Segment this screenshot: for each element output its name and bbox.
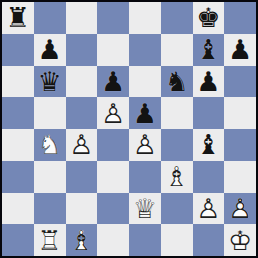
- black-rook-icon: ♜: [2, 2, 34, 34]
- white-pawn-outline-icon: ♙: [129, 129, 161, 161]
- black-queen-icon: ♛: [34, 66, 66, 98]
- square-h8[interactable]: [224, 2, 256, 34]
- square-e6[interactable]: [129, 66, 161, 98]
- black-bishop-icon: ♝: [193, 34, 225, 66]
- square-h6[interactable]: [224, 66, 256, 98]
- white-pawn[interactable]: ♟♙: [97, 97, 129, 129]
- square-a8[interactable]: ♜: [2, 2, 34, 34]
- square-b5[interactable]: [34, 97, 66, 129]
- square-g7[interactable]: ♝: [193, 34, 225, 66]
- white-pawn-outline-icon: ♙: [66, 129, 98, 161]
- square-h1[interactable]: ♚♔: [224, 224, 256, 256]
- square-h2[interactable]: ♟♙: [224, 193, 256, 225]
- square-e4[interactable]: ♟♙: [129, 129, 161, 161]
- black-pawn-icon: ♟: [224, 34, 256, 66]
- square-a7[interactable]: [2, 34, 34, 66]
- square-g2[interactable]: ♟♙: [193, 193, 225, 225]
- square-d2[interactable]: [97, 193, 129, 225]
- white-queen-outline-icon: ♕: [129, 193, 161, 225]
- black-pawn[interactable]: ♟: [97, 66, 129, 98]
- square-e3[interactable]: [129, 161, 161, 193]
- square-g3[interactable]: [193, 161, 225, 193]
- square-c1[interactable]: ♝♗: [66, 224, 98, 256]
- square-d3[interactable]: [97, 161, 129, 193]
- square-b6[interactable]: ♛: [34, 66, 66, 98]
- white-pawn[interactable]: ♟♙: [193, 193, 225, 225]
- square-f3[interactable]: ♝♗: [161, 161, 193, 193]
- white-knight-outline-icon: ♘: [34, 129, 66, 161]
- square-h4[interactable]: [224, 129, 256, 161]
- square-b7[interactable]: ♟: [34, 34, 66, 66]
- square-f6[interactable]: ♞: [161, 66, 193, 98]
- black-bishop[interactable]: ♝: [193, 129, 225, 161]
- square-b4[interactable]: ♞♘: [34, 129, 66, 161]
- chess-board: ♜♚♟♝♟♛♟♞♟♟♙♟♞♘♟♙♟♙♝♝♗♛♕♟♙♟♙♜♖♝♗♚♔: [2, 2, 256, 256]
- black-pawn-icon: ♟: [34, 34, 66, 66]
- black-knight-icon: ♞: [161, 66, 193, 98]
- square-d8[interactable]: [97, 2, 129, 34]
- square-d4[interactable]: [97, 129, 129, 161]
- black-pawn[interactable]: ♟: [193, 66, 225, 98]
- black-pawn-icon: ♟: [129, 97, 161, 129]
- square-g5[interactable]: [193, 97, 225, 129]
- white-knight[interactable]: ♞♘: [34, 129, 66, 161]
- black-king[interactable]: ♚: [193, 2, 225, 34]
- square-d1[interactable]: [97, 224, 129, 256]
- black-pawn-icon: ♟: [97, 66, 129, 98]
- square-e2[interactable]: ♛♕: [129, 193, 161, 225]
- white-pawn[interactable]: ♟♙: [129, 129, 161, 161]
- white-bishop-outline-icon: ♗: [66, 224, 98, 256]
- square-a2[interactable]: [2, 193, 34, 225]
- square-g1[interactable]: [193, 224, 225, 256]
- square-g6[interactable]: ♟: [193, 66, 225, 98]
- square-d5[interactable]: ♟♙: [97, 97, 129, 129]
- square-a4[interactable]: [2, 129, 34, 161]
- square-b1[interactable]: ♜♖: [34, 224, 66, 256]
- square-c8[interactable]: [66, 2, 98, 34]
- black-pawn[interactable]: ♟: [34, 34, 66, 66]
- square-h7[interactable]: ♟: [224, 34, 256, 66]
- square-a6[interactable]: [2, 66, 34, 98]
- white-rook[interactable]: ♜♖: [34, 224, 66, 256]
- square-a1[interactable]: [2, 224, 34, 256]
- chess-board-frame: ♜♚♟♝♟♛♟♞♟♟♙♟♞♘♟♙♟♙♝♝♗♛♕♟♙♟♙♜♖♝♗♚♔: [0, 0, 258, 258]
- white-bishop-outline-icon: ♗: [161, 161, 193, 193]
- square-f7[interactable]: [161, 34, 193, 66]
- square-c5[interactable]: [66, 97, 98, 129]
- white-pawn-outline-icon: ♙: [97, 97, 129, 129]
- square-b2[interactable]: [34, 193, 66, 225]
- square-g4[interactable]: ♝: [193, 129, 225, 161]
- white-pawn[interactable]: ♟♙: [224, 193, 256, 225]
- black-pawn-icon: ♟: [193, 66, 225, 98]
- white-pawn-outline-icon: ♙: [224, 193, 256, 225]
- square-d6[interactable]: ♟: [97, 66, 129, 98]
- square-d7[interactable]: [97, 34, 129, 66]
- square-c3[interactable]: [66, 161, 98, 193]
- black-bishop-icon: ♝: [193, 129, 225, 161]
- square-g8[interactable]: ♚: [193, 2, 225, 34]
- square-c6[interactable]: [66, 66, 98, 98]
- square-b3[interactable]: [34, 161, 66, 193]
- square-f2[interactable]: [161, 193, 193, 225]
- white-king[interactable]: ♚♔: [224, 224, 256, 256]
- square-f5[interactable]: [161, 97, 193, 129]
- white-pawn-outline-icon: ♙: [193, 193, 225, 225]
- square-h3[interactable]: [224, 161, 256, 193]
- square-f8[interactable]: [161, 2, 193, 34]
- square-f4[interactable]: [161, 129, 193, 161]
- white-queen[interactable]: ♛♕: [129, 193, 161, 225]
- square-e5[interactable]: ♟: [129, 97, 161, 129]
- black-king-icon: ♚: [193, 2, 225, 34]
- square-e1[interactable]: [129, 224, 161, 256]
- square-c4[interactable]: ♟♙: [66, 129, 98, 161]
- white-bishop[interactable]: ♝♗: [161, 161, 193, 193]
- white-rook-outline-icon: ♖: [34, 224, 66, 256]
- square-b8[interactable]: [34, 2, 66, 34]
- square-e7[interactable]: [129, 34, 161, 66]
- square-a3[interactable]: [2, 161, 34, 193]
- black-bishop[interactable]: ♝: [193, 34, 225, 66]
- white-pawn[interactable]: ♟♙: [66, 129, 98, 161]
- black-queen[interactable]: ♛: [34, 66, 66, 98]
- square-c7[interactable]: [66, 34, 98, 66]
- black-knight[interactable]: ♞: [161, 66, 193, 98]
- white-bishop[interactable]: ♝♗: [66, 224, 98, 256]
- square-a5[interactable]: [2, 97, 34, 129]
- square-f1[interactable]: [161, 224, 193, 256]
- black-rook[interactable]: ♜: [2, 2, 34, 34]
- black-pawn[interactable]: ♟: [224, 34, 256, 66]
- square-e8[interactable]: [129, 2, 161, 34]
- square-h5[interactable]: [224, 97, 256, 129]
- square-c2[interactable]: [66, 193, 98, 225]
- white-king-outline-icon: ♔: [224, 224, 256, 256]
- black-pawn[interactable]: ♟: [129, 97, 161, 129]
